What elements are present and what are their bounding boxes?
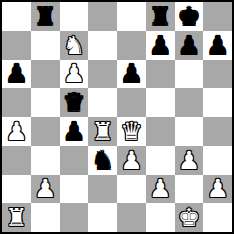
square-b2[interactable]: ♟ — [31, 175, 60, 204]
chess-board: ♜♜♚♞♟♟♟♟♟♟♛♟♟♜♛♞♟♟♟♟♟♜♚ — [0, 0, 234, 234]
square-c3[interactable] — [60, 146, 89, 175]
white-pawn[interactable]: ♟ — [178, 148, 200, 173]
square-f6[interactable] — [146, 60, 175, 89]
square-h7[interactable]: ♟ — [203, 31, 232, 60]
square-h3[interactable] — [203, 146, 232, 175]
square-b3[interactable] — [31, 146, 60, 175]
square-f4[interactable] — [146, 117, 175, 146]
square-e8[interactable] — [117, 2, 146, 31]
square-h6[interactable] — [203, 60, 232, 89]
white-knight[interactable]: ♞ — [63, 33, 85, 58]
square-g4[interactable] — [175, 117, 204, 146]
square-c5[interactable]: ♛ — [60, 88, 89, 117]
square-d8[interactable] — [88, 2, 117, 31]
black-pawn[interactable]: ♟ — [5, 61, 27, 86]
square-d2[interactable] — [88, 175, 117, 204]
white-rook[interactable]: ♜ — [5, 205, 27, 230]
white-pawn[interactable]: ♟ — [5, 119, 27, 144]
square-f2[interactable]: ♟ — [146, 175, 175, 204]
black-king[interactable]: ♚ — [178, 4, 200, 29]
square-a1[interactable]: ♜ — [2, 203, 31, 232]
square-d6[interactable] — [88, 60, 117, 89]
square-d7[interactable] — [88, 31, 117, 60]
square-e6[interactable]: ♟ — [117, 60, 146, 89]
square-a3[interactable] — [2, 146, 31, 175]
square-d3[interactable]: ♞ — [88, 146, 117, 175]
square-a2[interactable] — [2, 175, 31, 204]
square-d1[interactable] — [88, 203, 117, 232]
square-d5[interactable] — [88, 88, 117, 117]
black-pawn[interactable]: ♟ — [149, 33, 171, 58]
black-pawn[interactable]: ♟ — [178, 33, 200, 58]
white-pawn[interactable]: ♟ — [63, 61, 85, 86]
square-e1[interactable] — [117, 203, 146, 232]
square-c7[interactable]: ♞ — [60, 31, 89, 60]
square-f3[interactable] — [146, 146, 175, 175]
square-c1[interactable] — [60, 203, 89, 232]
black-rook[interactable]: ♜ — [34, 4, 56, 29]
square-e2[interactable] — [117, 175, 146, 204]
square-f1[interactable] — [146, 203, 175, 232]
square-e4[interactable]: ♛ — [117, 117, 146, 146]
square-e3[interactable]: ♟ — [117, 146, 146, 175]
square-h8[interactable] — [203, 2, 232, 31]
white-king[interactable]: ♚ — [178, 205, 200, 230]
square-a5[interactable] — [2, 88, 31, 117]
square-h2[interactable]: ♟ — [203, 175, 232, 204]
square-a8[interactable] — [2, 2, 31, 31]
square-c8[interactable] — [60, 2, 89, 31]
black-queen[interactable]: ♛ — [63, 90, 85, 115]
square-b1[interactable] — [31, 203, 60, 232]
square-b8[interactable]: ♜ — [31, 2, 60, 31]
square-e7[interactable] — [117, 31, 146, 60]
square-b7[interactable] — [31, 31, 60, 60]
square-b4[interactable] — [31, 117, 60, 146]
square-h5[interactable] — [203, 88, 232, 117]
black-pawn[interactable]: ♟ — [206, 33, 228, 58]
square-g1[interactable]: ♚ — [175, 203, 204, 232]
square-c4[interactable]: ♟ — [60, 117, 89, 146]
square-g6[interactable] — [175, 60, 204, 89]
square-e5[interactable] — [117, 88, 146, 117]
white-pawn[interactable]: ♟ — [206, 176, 228, 201]
white-pawn[interactable]: ♟ — [120, 148, 142, 173]
square-c6[interactable]: ♟ — [60, 60, 89, 89]
square-f7[interactable]: ♟ — [146, 31, 175, 60]
square-a4[interactable]: ♟ — [2, 117, 31, 146]
square-h4[interactable] — [203, 117, 232, 146]
white-pawn[interactable]: ♟ — [34, 176, 56, 201]
square-b5[interactable] — [31, 88, 60, 117]
white-pawn[interactable]: ♟ — [149, 176, 171, 201]
square-g3[interactable]: ♟ — [175, 146, 204, 175]
square-a7[interactable] — [2, 31, 31, 60]
black-knight[interactable]: ♞ — [91, 148, 113, 173]
square-c2[interactable] — [60, 175, 89, 204]
square-g2[interactable] — [175, 175, 204, 204]
square-a6[interactable]: ♟ — [2, 60, 31, 89]
square-h1[interactable] — [203, 203, 232, 232]
square-g5[interactable] — [175, 88, 204, 117]
black-pawn[interactable]: ♟ — [63, 119, 85, 144]
square-d4[interactable]: ♜ — [88, 117, 117, 146]
square-g7[interactable]: ♟ — [175, 31, 204, 60]
square-f8[interactable]: ♜ — [146, 2, 175, 31]
square-g8[interactable]: ♚ — [175, 2, 204, 31]
black-rook[interactable]: ♜ — [149, 4, 171, 29]
black-pawn[interactable]: ♟ — [120, 61, 142, 86]
square-f5[interactable] — [146, 88, 175, 117]
white-queen[interactable]: ♛ — [120, 119, 142, 144]
white-rook[interactable]: ♜ — [91, 119, 113, 144]
square-b6[interactable] — [31, 60, 60, 89]
